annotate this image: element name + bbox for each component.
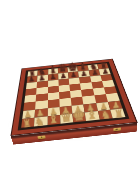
- chess-board: ♜♞♝♛♚♝♞♜♟♟♟♟♟♟♟♟♟♟♟♟♟♟♟♟♜♞♝♛♚♝♞♜: [10, 59, 137, 136]
- board-square: [48, 92, 60, 100]
- board-square: [102, 80, 115, 88]
- board-square: ♜: [110, 108, 125, 118]
- board-square: ♞: [34, 116, 47, 126]
- white-knight: ♞: [34, 115, 45, 127]
- board-inner-band: ♜♞♝♛♚♝♞♜♟♟♟♟♟♟♟♟♟♟♟♟♟♟♟♟♜♞♝♛♚♝♞♜: [18, 62, 130, 131]
- board-square: [104, 86, 118, 94]
- product-photo: ♜♞♝♛♚♝♞♜♟♟♟♟♟♟♟♟♟♟♟♟♟♟♟♟♜♞♝♛♚♝♞♜: [0, 0, 140, 187]
- board-squares: ♜♞♝♛♚♝♞♜♟♟♟♟♟♟♟♟♟♟♟♟♟♟♟♟♜♞♝♛♚♝♞♜: [21, 63, 125, 128]
- board-square: ♛: [60, 114, 73, 124]
- white-rook: ♜: [114, 108, 124, 119]
- brass-clasp-icon: [113, 127, 121, 131]
- board-square: ♝: [47, 115, 60, 125]
- brass-clasp-icon: [38, 135, 46, 139]
- white-rook: ♜: [22, 117, 32, 128]
- board-square: ♜: [21, 118, 35, 128]
